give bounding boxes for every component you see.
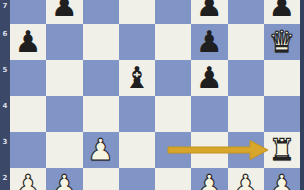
square-d6[interactable] bbox=[119, 24, 155, 60]
square-d2[interactable] bbox=[119, 168, 155, 190]
square-e3[interactable] bbox=[155, 132, 191, 168]
board-grid: ♟♟♟♟♟♛♝♟♟♜♟♟♟♟♟ bbox=[10, 0, 300, 190]
square-a7[interactable] bbox=[10, 0, 46, 24]
black-pawn-f6[interactable]: ♟ bbox=[196, 27, 223, 57]
square-f3[interactable] bbox=[191, 132, 227, 168]
square-h6[interactable]: ♛ bbox=[264, 24, 300, 60]
square-f6[interactable]: ♟ bbox=[191, 24, 227, 60]
square-g4[interactable] bbox=[228, 96, 264, 132]
square-a4[interactable] bbox=[10, 96, 46, 132]
square-g6[interactable] bbox=[228, 24, 264, 60]
white-pawn-h2[interactable]: ♟ bbox=[268, 171, 295, 190]
white-pawn-f2[interactable]: ♟ bbox=[196, 171, 223, 190]
square-a5[interactable] bbox=[10, 60, 46, 96]
square-c5[interactable] bbox=[83, 60, 119, 96]
rank-label-7: 7 bbox=[0, 2, 10, 10]
square-b5[interactable] bbox=[46, 60, 82, 96]
white-rook-h3[interactable]: ♜ bbox=[268, 135, 295, 165]
white-pawn-g2[interactable]: ♟ bbox=[232, 171, 259, 190]
square-e6[interactable] bbox=[155, 24, 191, 60]
square-b2[interactable]: ♟ bbox=[46, 168, 82, 190]
rank-label-3: 3 bbox=[0, 138, 10, 146]
black-pawn-f7[interactable]: ♟ bbox=[196, 0, 223, 21]
square-h5[interactable] bbox=[264, 60, 300, 96]
square-h2[interactable]: ♟ bbox=[264, 168, 300, 190]
square-b7[interactable]: ♟ bbox=[46, 0, 82, 24]
rank-labels: 765432 bbox=[0, 0, 10, 190]
black-pawn-f5[interactable]: ♟ bbox=[196, 63, 223, 93]
square-c2[interactable] bbox=[83, 168, 119, 190]
square-e4[interactable] bbox=[155, 96, 191, 132]
square-d5[interactable]: ♝ bbox=[119, 60, 155, 96]
square-g3[interactable] bbox=[228, 132, 264, 168]
rank-label-2: 2 bbox=[0, 174, 10, 182]
black-bishop-d5[interactable]: ♝ bbox=[123, 63, 150, 93]
square-f5[interactable]: ♟ bbox=[191, 60, 227, 96]
square-e7[interactable] bbox=[155, 0, 191, 24]
chessboard: ♟♟♟♟♟♛♝♟♟♜♟♟♟♟♟ 765432 bbox=[0, 0, 304, 190]
rank-label-5: 5 bbox=[0, 66, 10, 74]
black-pawn-b7[interactable]: ♟ bbox=[51, 0, 78, 21]
square-h7[interactable]: ♟ bbox=[264, 0, 300, 24]
square-a3[interactable] bbox=[10, 132, 46, 168]
square-h4[interactable] bbox=[264, 96, 300, 132]
square-c7[interactable] bbox=[83, 0, 119, 24]
rank-label-4: 4 bbox=[0, 102, 10, 110]
rank-label-6: 6 bbox=[0, 30, 10, 38]
square-f7[interactable]: ♟ bbox=[191, 0, 227, 24]
white-pawn-c3[interactable]: ♟ bbox=[87, 135, 114, 165]
square-b3[interactable] bbox=[46, 132, 82, 168]
white-pawn-a2[interactable]: ♟ bbox=[15, 171, 42, 190]
square-e2[interactable] bbox=[155, 168, 191, 190]
square-g7[interactable] bbox=[228, 0, 264, 24]
square-a2[interactable]: ♟ bbox=[10, 168, 46, 190]
black-pawn-a6[interactable]: ♟ bbox=[15, 27, 42, 57]
square-g5[interactable] bbox=[228, 60, 264, 96]
square-a6[interactable]: ♟ bbox=[10, 24, 46, 60]
square-d7[interactable] bbox=[119, 0, 155, 24]
square-h3[interactable]: ♜ bbox=[264, 132, 300, 168]
square-b4[interactable] bbox=[46, 96, 82, 132]
white-queen-h6[interactable]: ♛ bbox=[268, 27, 295, 57]
square-f4[interactable] bbox=[191, 96, 227, 132]
white-pawn-b2[interactable]: ♟ bbox=[51, 171, 78, 190]
square-g2[interactable]: ♟ bbox=[228, 168, 264, 190]
square-f2[interactable]: ♟ bbox=[191, 168, 227, 190]
square-d3[interactable] bbox=[119, 132, 155, 168]
square-e5[interactable] bbox=[155, 60, 191, 96]
black-pawn-h7[interactable]: ♟ bbox=[268, 0, 295, 21]
square-c6[interactable] bbox=[83, 24, 119, 60]
square-c4[interactable] bbox=[83, 96, 119, 132]
board-right-frame bbox=[300, 0, 304, 190]
square-d4[interactable] bbox=[119, 96, 155, 132]
square-c3[interactable]: ♟ bbox=[83, 132, 119, 168]
square-b6[interactable] bbox=[46, 24, 82, 60]
